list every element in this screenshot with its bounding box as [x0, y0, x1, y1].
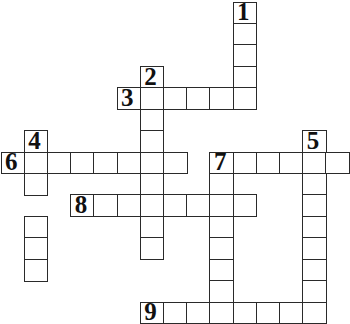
crossword-cell[interactable] — [24, 152, 49, 175]
crossword-cell[interactable] — [302, 173, 327, 196]
crossword-cell[interactable] — [24, 259, 49, 282]
crossword-cell[interactable] — [279, 302, 304, 324]
clue-number: 5 — [307, 128, 320, 153]
crossword-cell[interactable]: 7 — [209, 152, 234, 175]
crossword-cell[interactable]: 3 — [117, 87, 142, 110]
crossword-cell[interactable] — [163, 194, 188, 217]
crossword-cell[interactable] — [256, 152, 281, 175]
crossword-cell[interactable] — [302, 237, 327, 260]
crossword-cell[interactable] — [117, 194, 142, 217]
crossword-cell[interactable] — [302, 280, 327, 303]
crossword-cell[interactable] — [209, 237, 234, 260]
crossword-cell[interactable]: 5 — [302, 130, 327, 153]
crossword-cell[interactable] — [209, 194, 234, 217]
crossword-cell[interactable] — [302, 259, 327, 282]
crossword-cell[interactable] — [279, 152, 304, 175]
crossword-cell[interactable] — [140, 173, 165, 196]
crossword-cell[interactable] — [233, 194, 258, 217]
crossword-cell[interactable] — [233, 23, 258, 46]
crossword-cell[interactable] — [47, 152, 72, 175]
crossword-cell[interactable] — [209, 173, 234, 196]
crossword-cell[interactable] — [186, 87, 211, 110]
clue-number: 2 — [144, 64, 157, 89]
crossword-cell[interactable]: 2 — [140, 66, 165, 89]
crossword-cell[interactable] — [140, 152, 165, 175]
crossword-cell[interactable] — [302, 152, 327, 175]
crossword-cell[interactable] — [140, 194, 165, 217]
crossword-cell[interactable]: 1 — [233, 2, 258, 25]
crossword-cell[interactable] — [233, 87, 258, 110]
crossword-cell[interactable] — [233, 44, 258, 67]
crossword-cell[interactable] — [163, 87, 188, 110]
crossword-cell[interactable] — [209, 87, 234, 110]
crossword-cell[interactable] — [163, 302, 188, 324]
crossword-grid: 123456789 — [0, 0, 350, 324]
crossword-cell[interactable] — [140, 87, 165, 110]
crossword-cell[interactable] — [70, 152, 95, 175]
crossword-cell[interactable] — [24, 173, 49, 196]
clue-number: 4 — [28, 128, 41, 153]
clue-number: 8 — [75, 192, 88, 217]
crossword-cell[interactable]: 6 — [1, 152, 26, 175]
clue-number: 7 — [214, 149, 227, 174]
crossword-cell[interactable] — [24, 237, 49, 260]
crossword-cell[interactable] — [233, 66, 258, 89]
crossword-cell[interactable] — [140, 237, 165, 260]
crossword-cell[interactable] — [140, 216, 165, 239]
clue-number: 9 — [144, 299, 157, 324]
crossword-cell[interactable] — [209, 280, 234, 303]
crossword-cell[interactable] — [117, 152, 142, 175]
crossword-cell[interactable] — [163, 152, 188, 175]
clue-number: 3 — [121, 85, 134, 110]
crossword-cell[interactable]: 9 — [140, 302, 165, 324]
crossword-cell[interactable] — [302, 302, 327, 324]
crossword-cell[interactable] — [186, 194, 211, 217]
crossword-cell[interactable] — [325, 152, 350, 175]
crossword-cell[interactable] — [93, 194, 118, 217]
crossword-cell[interactable] — [93, 152, 118, 175]
crossword-cell[interactable] — [233, 152, 258, 175]
crossword-cell[interactable] — [209, 302, 234, 324]
crossword-cell[interactable] — [209, 216, 234, 239]
crossword-cell[interactable] — [209, 259, 234, 282]
crossword-cell[interactable] — [140, 109, 165, 132]
crossword-cell[interactable]: 8 — [70, 194, 95, 217]
crossword-cell[interactable] — [140, 130, 165, 153]
clue-number: 6 — [5, 149, 18, 174]
crossword-cell[interactable] — [302, 216, 327, 239]
crossword-cell[interactable] — [256, 302, 281, 324]
clue-number: 1 — [237, 0, 250, 24]
crossword-cell[interactable] — [24, 216, 49, 239]
crossword-cell[interactable] — [233, 302, 258, 324]
crossword-cell[interactable] — [302, 194, 327, 217]
crossword-cell[interactable] — [186, 302, 211, 324]
crossword-cell[interactable]: 4 — [24, 130, 49, 153]
